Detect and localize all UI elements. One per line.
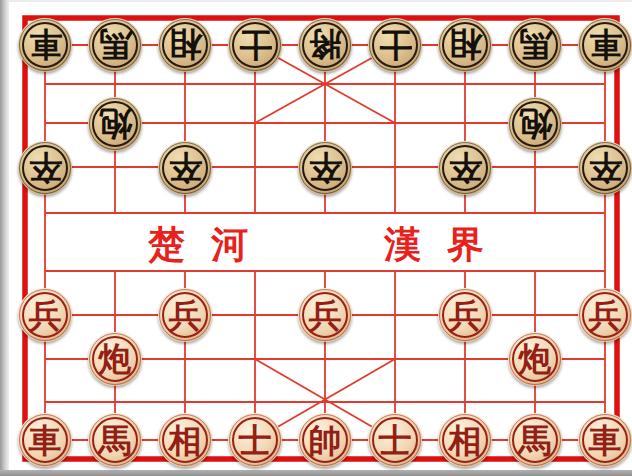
piece-glyph: 帥 <box>309 424 342 457</box>
piece-glyph: 兵 <box>29 299 62 332</box>
piece-black-soldier[interactable]: 卒 <box>158 141 212 195</box>
board-intersection: 馬 <box>80 25 150 65</box>
board-intersection: 馬 <box>500 421 570 459</box>
board-intersection: 馬 <box>500 25 570 65</box>
board-intersection: 炮 <box>500 337 570 381</box>
piece-black-soldier[interactable]: 卒 <box>18 141 72 195</box>
piece-red-soldier[interactable]: 兵 <box>298 288 352 342</box>
board-intersection: 士 <box>220 421 290 459</box>
piece-black-horse[interactable]: 馬 <box>508 18 562 72</box>
board-intersection: 車 <box>570 421 632 459</box>
piece-glyph: 馬 <box>519 28 552 61</box>
piece-red-chariot[interactable]: 車 <box>18 413 72 467</box>
board-intersection: 卒 <box>150 145 220 190</box>
piece-black-soldier[interactable]: 卒 <box>578 141 632 195</box>
piece-glyph: 卒 <box>169 151 202 184</box>
piece-glyph: 卒 <box>589 151 622 184</box>
piece-black-chariot[interactable]: 車 <box>18 18 72 72</box>
board-grid: 車馬相士將士相馬車炮炮卒卒卒卒卒兵兵兵兵兵炮炮車馬相士帥士相馬車 <box>10 25 632 459</box>
piece-glyph: 士 <box>239 28 272 61</box>
piece-glyph: 馬 <box>519 424 552 457</box>
board-intersection: 馬 <box>80 421 150 459</box>
piece-red-horse[interactable]: 馬 <box>508 413 562 467</box>
piece-black-general[interactable]: 將 <box>298 18 352 72</box>
piece-glyph: 車 <box>589 28 622 61</box>
piece-red-cannon[interactable]: 炮 <box>508 332 562 386</box>
board-intersection: 炮 <box>80 337 150 381</box>
piece-glyph: 相 <box>169 424 202 457</box>
piece-glyph: 相 <box>169 28 202 61</box>
piece-black-advisor[interactable]: 士 <box>228 18 282 72</box>
board-intersection: 炮 <box>500 104 570 146</box>
piece-red-advisor[interactable]: 士 <box>368 413 422 467</box>
piece-glyph: 卒 <box>29 151 62 184</box>
piece-glyph: 士 <box>379 28 412 61</box>
piece-glyph: 兵 <box>309 299 342 332</box>
piece-red-cannon[interactable]: 炮 <box>88 332 142 386</box>
piece-glyph: 炮 <box>99 342 132 375</box>
piece-black-advisor[interactable]: 士 <box>368 18 422 72</box>
board-intersection: 車 <box>10 421 80 459</box>
board-intersection: 士 <box>360 25 430 65</box>
piece-black-horse[interactable]: 馬 <box>88 18 142 72</box>
piece-glyph: 相 <box>449 28 482 61</box>
piece-black-soldier[interactable]: 卒 <box>298 141 352 195</box>
piece-red-general[interactable]: 帥 <box>298 413 352 467</box>
piece-black-elephant[interactable]: 相 <box>158 18 212 72</box>
board-intersection: 炮 <box>80 104 150 146</box>
board-intersection: 帥 <box>290 421 360 459</box>
board-intersection: 車 <box>10 25 80 65</box>
board-intersection: 相 <box>150 421 220 459</box>
xiangqi-board: 楚河 漢界 車馬相士將士相馬車炮炮卒卒卒卒卒兵兵兵兵兵炮炮車馬相士帥士相馬車 <box>0 0 632 476</box>
piece-glyph: 卒 <box>309 151 342 184</box>
board-intersection: 將 <box>290 25 360 65</box>
piece-glyph: 車 <box>29 28 62 61</box>
piece-red-soldier[interactable]: 兵 <box>158 288 212 342</box>
piece-glyph: 炮 <box>99 108 132 141</box>
piece-glyph: 士 <box>239 424 272 457</box>
piece-glyph: 炮 <box>519 342 552 375</box>
board-intersection: 卒 <box>10 145 80 190</box>
piece-red-advisor[interactable]: 士 <box>228 413 282 467</box>
piece-glyph: 兵 <box>449 299 482 332</box>
board-intersection: 兵 <box>150 293 220 337</box>
piece-red-horse[interactable]: 馬 <box>88 413 142 467</box>
piece-glyph: 卒 <box>449 151 482 184</box>
board-intersection: 相 <box>430 25 500 65</box>
piece-black-cannon[interactable]: 炮 <box>88 97 142 151</box>
board-intersection: 兵 <box>570 293 632 337</box>
piece-red-elephant[interactable]: 相 <box>158 413 212 467</box>
piece-black-cannon[interactable]: 炮 <box>508 97 562 151</box>
piece-glyph: 馬 <box>99 28 132 61</box>
piece-glyph: 車 <box>589 424 622 457</box>
piece-glyph: 相 <box>449 424 482 457</box>
piece-red-elephant[interactable]: 相 <box>438 413 492 467</box>
board-intersection: 卒 <box>430 145 500 190</box>
piece-glyph: 車 <box>29 424 62 457</box>
board-intersection: 車 <box>570 25 632 65</box>
piece-black-elephant[interactable]: 相 <box>438 18 492 72</box>
piece-glyph: 炮 <box>519 108 552 141</box>
piece-red-soldier[interactable]: 兵 <box>438 288 492 342</box>
piece-glyph: 將 <box>309 28 342 61</box>
board-intersection: 兵 <box>290 293 360 337</box>
board-intersection: 兵 <box>430 293 500 337</box>
piece-red-soldier[interactable]: 兵 <box>18 288 72 342</box>
piece-red-soldier[interactable]: 兵 <box>578 288 632 342</box>
piece-glyph: 士 <box>379 424 412 457</box>
board-intersection: 兵 <box>10 293 80 337</box>
board-intersection: 士 <box>220 25 290 65</box>
board-intersection: 卒 <box>570 145 632 190</box>
piece-glyph: 馬 <box>99 424 132 457</box>
piece-red-chariot[interactable]: 車 <box>578 413 632 467</box>
board-intersection: 相 <box>150 25 220 65</box>
board-intersection: 士 <box>360 421 430 459</box>
board-intersection: 卒 <box>290 145 360 190</box>
piece-black-soldier[interactable]: 卒 <box>438 141 492 195</box>
piece-black-chariot[interactable]: 車 <box>578 18 632 72</box>
piece-glyph: 兵 <box>169 299 202 332</box>
board-intersection: 相 <box>430 421 500 459</box>
piece-glyph: 兵 <box>589 299 622 332</box>
